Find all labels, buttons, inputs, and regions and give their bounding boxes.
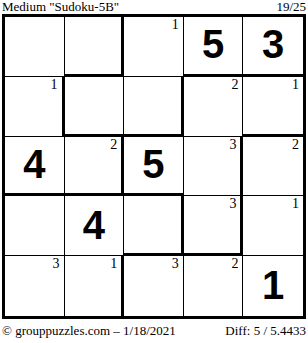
cell-r1c1[interactable] (5, 17, 65, 77)
cell-r3c2[interactable]: 2 (65, 137, 125, 197)
corner-clue: 3 (172, 256, 179, 272)
corner-clue: 3 (53, 256, 60, 272)
corner-clue: 2 (292, 137, 299, 153)
copyright-credit: © grouppuzzles.com – 1/18/2021 (2, 324, 176, 338)
cell-r4c3[interactable] (124, 196, 184, 256)
cell-r5c1[interactable]: 3 (5, 256, 65, 316)
corner-clue: 3 (229, 196, 236, 212)
cell-r1c3[interactable]: 1 (124, 17, 184, 77)
puzzle-page: Medium "Sudoku-5B" 19/25 153121425324313… (0, 0, 308, 343)
corner-clue: 1 (172, 17, 179, 33)
cell-r1c4[interactable]: 5 (184, 17, 244, 77)
cell-r4c2[interactable]: 4 (65, 196, 125, 256)
cell-r5c5[interactable]: 1 (243, 256, 303, 316)
difficulty-label: Diff: 5 / 5.4433 (225, 324, 306, 338)
corner-clue: 2 (231, 256, 238, 272)
cell-r3c4[interactable]: 3 (184, 137, 244, 197)
cell-r4c1[interactable] (5, 196, 65, 256)
given-digit: 5 (142, 144, 164, 184)
cell-r5c4[interactable]: 2 (184, 256, 244, 316)
cell-r5c2[interactable]: 1 (65, 256, 125, 316)
header: Medium "Sudoku-5B" 19/25 (0, 0, 308, 14)
footer: © grouppuzzles.com – 1/18/2021 Diff: 5 /… (0, 319, 308, 338)
cell-r2c2[interactable] (65, 77, 125, 137)
cell-r3c1[interactable]: 4 (5, 137, 65, 197)
corner-clue: 2 (110, 137, 117, 153)
given-digit: 4 (23, 144, 45, 184)
cell-r2c1[interactable]: 1 (5, 77, 65, 137)
cell-r2c4[interactable]: 2 (184, 77, 244, 137)
cell-r1c5[interactable]: 3 (243, 17, 303, 77)
corner-clue: 1 (292, 77, 299, 93)
cell-r2c5[interactable]: 1 (243, 77, 303, 137)
corner-clue: 1 (110, 256, 117, 272)
given-digit: 4 (83, 205, 105, 245)
cell-r3c5[interactable]: 2 (243, 137, 303, 197)
corner-clue: 2 (231, 77, 238, 93)
sudoku-board: 1531214253243131321 (2, 14, 306, 319)
cell-r5c3[interactable]: 3 (124, 256, 184, 316)
cell-r3c3[interactable]: 5 (124, 137, 184, 197)
corner-clue: 1 (51, 77, 58, 93)
puzzle-counter: 19/25 (276, 0, 306, 14)
corner-clue: 1 (292, 196, 299, 212)
given-digit: 1 (262, 265, 284, 305)
given-digit: 5 (202, 24, 224, 64)
corner-clue: 3 (229, 137, 236, 153)
page-title: Medium "Sudoku-5B" (2, 0, 119, 14)
cell-r4c4[interactable]: 3 (184, 196, 244, 256)
cell-r2c3[interactable] (124, 77, 184, 137)
cell-r1c2[interactable] (65, 17, 125, 77)
given-digit: 3 (262, 24, 284, 64)
cell-r4c5[interactable]: 1 (243, 196, 303, 256)
